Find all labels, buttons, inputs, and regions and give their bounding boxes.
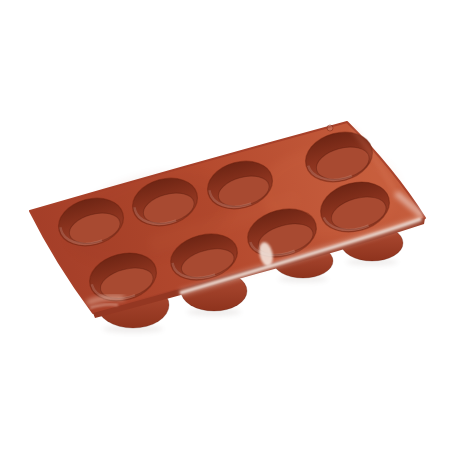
muffin-mould-photo — [0, 0, 458, 458]
embossed-dot — [327, 125, 333, 131]
product-photo — [0, 0, 458, 458]
